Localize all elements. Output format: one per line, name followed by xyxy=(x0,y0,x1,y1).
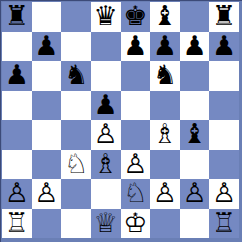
square-g6[interactable] xyxy=(180,61,210,91)
square-g7[interactable]: ♟ xyxy=(180,32,210,62)
square-d7[interactable] xyxy=(91,32,121,62)
square-e8[interactable]: ♚ xyxy=(121,2,151,32)
piece-white-knight-e2[interactable]: ♘ xyxy=(123,179,147,206)
piece-black-knight-f6[interactable]: ♞ xyxy=(153,61,177,88)
square-e5[interactable] xyxy=(121,91,151,121)
piece-white-pawn-f2[interactable]: ♙ xyxy=(153,179,177,206)
piece-white-rook-a1[interactable]: ♖ xyxy=(5,209,29,236)
piece-white-bishop-f4[interactable]: ♗ xyxy=(153,120,177,147)
square-h1[interactable]: ♖ xyxy=(209,209,239,239)
square-f4[interactable]: ♗ xyxy=(150,120,180,150)
square-b6[interactable] xyxy=(32,61,62,91)
piece-black-pawn-g7[interactable]: ♟ xyxy=(182,32,206,59)
square-f3[interactable] xyxy=(150,150,180,180)
piece-black-bishop-g4[interactable]: ♝ xyxy=(182,120,206,147)
piece-black-pawn-d5[interactable]: ♟ xyxy=(94,91,118,118)
square-a3[interactable] xyxy=(2,150,32,180)
piece-white-pawn-e3[interactable]: ♙ xyxy=(123,150,147,177)
square-e2[interactable]: ♘ xyxy=(121,179,151,209)
square-b8[interactable] xyxy=(32,2,62,32)
piece-white-rook-h1[interactable]: ♖ xyxy=(212,209,236,236)
square-b4[interactable] xyxy=(32,120,62,150)
piece-black-bishop-f8[interactable]: ♝ xyxy=(153,2,177,29)
piece-white-pawn-b2[interactable]: ♙ xyxy=(34,179,58,206)
square-d1[interactable]: ♕ xyxy=(91,209,121,239)
square-c2[interactable] xyxy=(61,179,91,209)
square-f2[interactable]: ♙ xyxy=(150,179,180,209)
square-d6[interactable] xyxy=(91,61,121,91)
piece-black-pawn-f7[interactable]: ♟ xyxy=(153,32,177,59)
square-c4[interactable] xyxy=(61,120,91,150)
piece-black-pawn-h7[interactable]: ♟ xyxy=(212,32,236,59)
square-a5[interactable] xyxy=(2,91,32,121)
square-a4[interactable] xyxy=(2,120,32,150)
square-c8[interactable] xyxy=(61,2,91,32)
square-g5[interactable] xyxy=(180,91,210,121)
piece-black-pawn-a6[interactable]: ♟ xyxy=(5,61,29,88)
square-g2[interactable]: ♙ xyxy=(180,179,210,209)
square-g4[interactable]: ♝ xyxy=(180,120,210,150)
square-f6[interactable]: ♞ xyxy=(150,61,180,91)
piece-white-knight-c3[interactable]: ♘ xyxy=(64,150,88,177)
piece-black-knight-c6[interactable]: ♞ xyxy=(64,61,88,88)
square-b7[interactable]: ♟ xyxy=(32,32,62,62)
square-b5[interactable] xyxy=(32,91,62,121)
piece-black-pawn-b7[interactable]: ♟ xyxy=(34,32,58,59)
square-a8[interactable]: ♜ xyxy=(2,2,32,32)
piece-white-queen-d1[interactable]: ♕ xyxy=(94,209,118,236)
square-h3[interactable] xyxy=(209,150,239,180)
square-d4[interactable]: ♙ xyxy=(91,120,121,150)
square-a2[interactable]: ♙ xyxy=(2,179,32,209)
square-d2[interactable] xyxy=(91,179,121,209)
chess-board: ♜♛♚♝♜♟♟♟♟♟♟♞♞♟♙♗♝♘♗♙♙♙♘♙♙♙♖♕♔♖ xyxy=(2,2,239,238)
square-d3[interactable]: ♗ xyxy=(91,150,121,180)
square-g3[interactable] xyxy=(180,150,210,180)
square-e6[interactable] xyxy=(121,61,151,91)
piece-black-rook-a8[interactable]: ♜ xyxy=(5,2,29,29)
square-b3[interactable] xyxy=(32,150,62,180)
square-b2[interactable]: ♙ xyxy=(32,179,62,209)
piece-black-queen-d8[interactable]: ♛ xyxy=(94,2,118,29)
square-c1[interactable] xyxy=(61,209,91,239)
piece-white-pawn-h2[interactable]: ♙ xyxy=(212,179,236,206)
square-c5[interactable] xyxy=(61,91,91,121)
piece-black-pawn-e7[interactable]: ♟ xyxy=(123,32,147,59)
square-f1[interactable] xyxy=(150,209,180,239)
square-b1[interactable] xyxy=(32,209,62,239)
square-c7[interactable] xyxy=(61,32,91,62)
piece-white-king-e1[interactable]: ♔ xyxy=(123,209,147,236)
square-e7[interactable]: ♟ xyxy=(121,32,151,62)
square-h2[interactable]: ♙ xyxy=(209,179,239,209)
square-a1[interactable]: ♖ xyxy=(2,209,32,239)
square-c3[interactable]: ♘ xyxy=(61,150,91,180)
square-h4[interactable] xyxy=(209,120,239,150)
square-e4[interactable] xyxy=(121,120,151,150)
square-h8[interactable]: ♜ xyxy=(209,2,239,32)
square-h7[interactable]: ♟ xyxy=(209,32,239,62)
chess-board-frame: ♜♛♚♝♜♟♟♟♟♟♟♞♞♟♙♗♝♘♗♙♙♙♘♙♙♙♖♕♔♖ xyxy=(0,0,242,242)
square-f5[interactable] xyxy=(150,91,180,121)
piece-white-bishop-d3[interactable]: ♗ xyxy=(94,150,118,177)
piece-white-pawn-g2[interactable]: ♙ xyxy=(182,179,206,206)
square-f7[interactable]: ♟ xyxy=(150,32,180,62)
piece-black-king-e8[interactable]: ♚ xyxy=(123,2,147,29)
square-e3[interactable]: ♙ xyxy=(121,150,151,180)
piece-black-rook-h8[interactable]: ♜ xyxy=(212,2,236,29)
square-a6[interactable]: ♟ xyxy=(2,61,32,91)
square-e1[interactable]: ♔ xyxy=(121,209,151,239)
square-h5[interactable] xyxy=(209,91,239,121)
square-d5[interactable]: ♟ xyxy=(91,91,121,121)
square-d8[interactable]: ♛ xyxy=(91,2,121,32)
piece-white-pawn-d4[interactable]: ♙ xyxy=(94,120,118,147)
square-c6[interactable]: ♞ xyxy=(61,61,91,91)
square-f8[interactable]: ♝ xyxy=(150,2,180,32)
square-g8[interactable] xyxy=(180,2,210,32)
square-g1[interactable] xyxy=(180,209,210,239)
square-h6[interactable] xyxy=(209,61,239,91)
square-a7[interactable] xyxy=(2,32,32,62)
piece-white-pawn-a2[interactable]: ♙ xyxy=(5,179,29,206)
